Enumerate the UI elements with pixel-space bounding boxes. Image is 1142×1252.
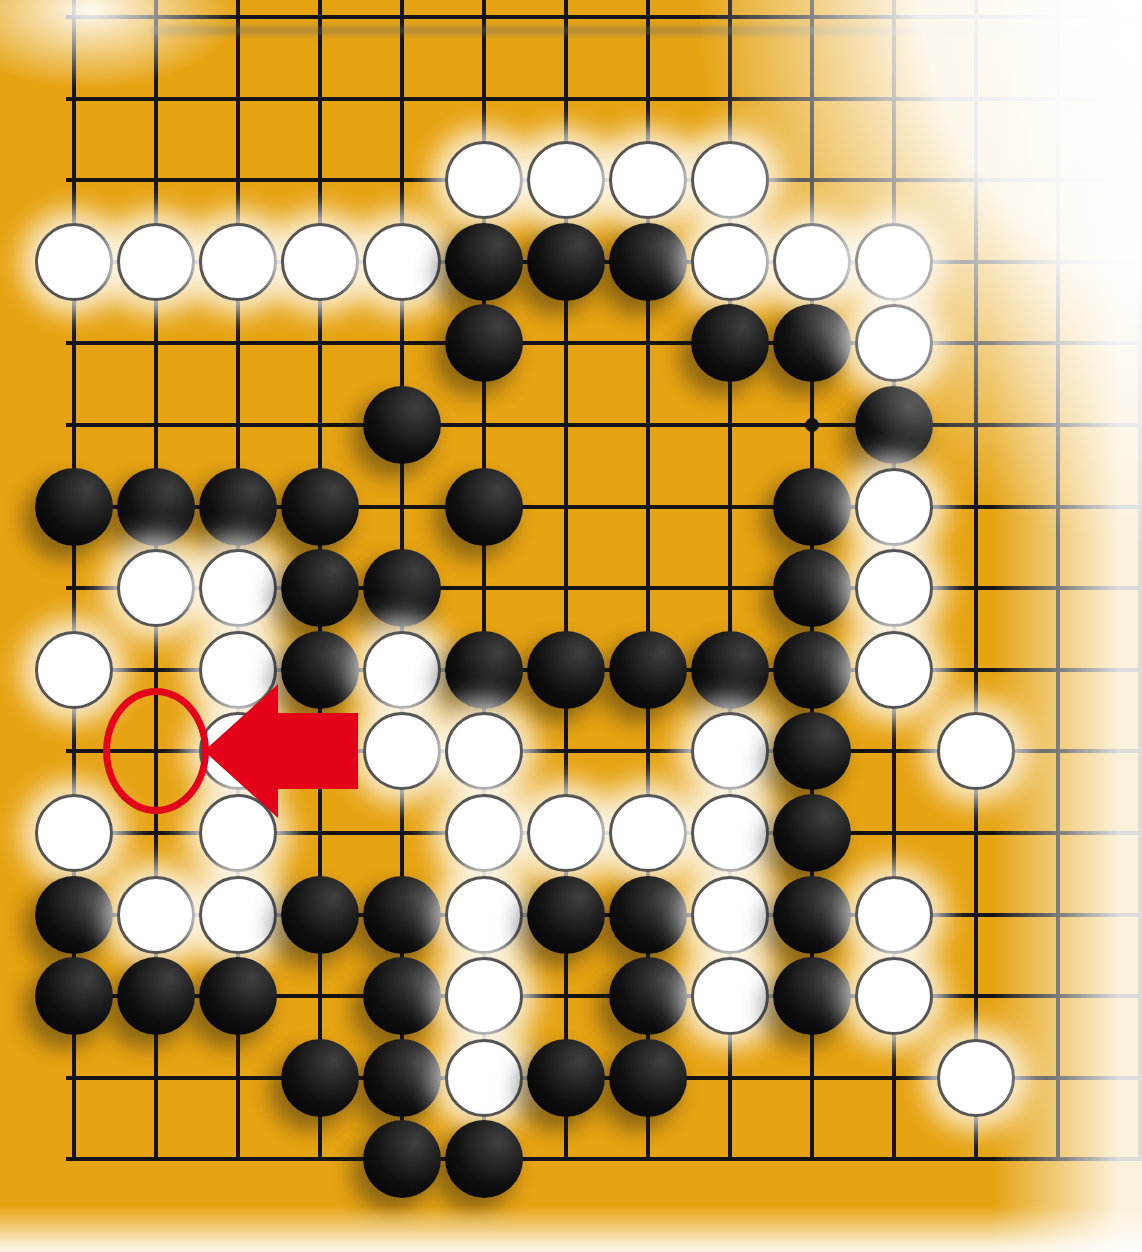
white-stone [855,223,933,301]
white-stone [773,223,851,301]
black-stone [773,876,851,954]
white-stone [691,223,769,301]
white-stone [855,876,933,954]
black-stone [281,549,359,627]
white-stone [609,141,687,219]
grid-hline [66,97,1142,101]
black-stone [35,468,113,546]
white-stone [691,876,769,954]
page-fade-bottom [0,1206,1142,1252]
black-stone [363,549,441,627]
black-stone [281,876,359,954]
black-stone [691,304,769,382]
black-stone [609,631,687,709]
page-fade-right [992,0,1142,1252]
black-stone [527,876,605,954]
black-stone [281,468,359,546]
black-stone [773,957,851,1035]
black-stone [445,223,523,301]
white-stone [855,549,933,627]
white-stone [855,304,933,382]
black-stone [363,1039,441,1117]
black-stone [527,631,605,709]
black-stone [773,304,851,382]
white-stone [445,876,523,954]
white-stone [527,141,605,219]
black-stone [773,631,851,709]
white-stone [281,223,359,301]
white-stone [691,712,769,790]
black-stone [527,223,605,301]
red-arrow-icon [204,684,358,818]
black-stone [117,957,195,1035]
black-stone [773,468,851,546]
black-stone [609,223,687,301]
black-stone [445,631,523,709]
white-stone [445,1039,523,1117]
black-stone [281,1039,359,1117]
arrow-head [204,684,278,818]
grid-hline [66,1157,1142,1161]
grid-hline [66,423,1142,427]
black-stone [445,304,523,382]
board-edge-shadow [150,27,1142,34]
white-stone [363,631,441,709]
white-stone [117,876,195,954]
white-stone [199,549,277,627]
white-stone [35,223,113,301]
black-stone [199,957,277,1035]
black-stone [773,712,851,790]
white-stone [117,223,195,301]
white-stone [363,223,441,301]
white-stone [199,876,277,954]
vital-point-circle-marker[interactable] [103,688,209,814]
white-stone [445,957,523,1035]
black-stone [363,386,441,464]
white-stone [445,141,523,219]
white-stone [199,223,277,301]
black-stone [35,957,113,1035]
go-board-diagram [0,0,1142,1252]
black-stone [773,549,851,627]
black-stone [363,957,441,1035]
black-stone [363,876,441,954]
white-stone [117,549,195,627]
black-stone [609,1039,687,1117]
white-stone [855,631,933,709]
white-stone [691,141,769,219]
black-stone [855,386,933,464]
black-stone [691,631,769,709]
white-stone [35,794,113,872]
black-stone [609,876,687,954]
arrow-tail [270,713,358,789]
white-stone [527,794,605,872]
white-stone [445,794,523,872]
grid-vline [1138,0,1142,1161]
white-stone [937,1039,1015,1117]
grid-vline [974,0,978,1161]
white-stone [855,957,933,1035]
black-stone [35,876,113,954]
black-stone [527,1039,605,1117]
black-stone [445,1120,523,1198]
black-stone [445,468,523,546]
white-stone [691,794,769,872]
white-stone [445,712,523,790]
page-fade-top-left [0,0,240,90]
black-stone [773,794,851,872]
white-stone [609,794,687,872]
black-stone [363,1120,441,1198]
grid-hline [66,15,1142,19]
black-stone [199,468,277,546]
white-stone [855,468,933,546]
white-stone [691,957,769,1035]
white-stone [937,712,1015,790]
grid-hline [66,341,1142,345]
black-stone [609,957,687,1035]
star-point [805,418,819,432]
white-stone [363,712,441,790]
white-stone [35,631,113,709]
black-stone [117,468,195,546]
grid-vline [1056,0,1060,1161]
